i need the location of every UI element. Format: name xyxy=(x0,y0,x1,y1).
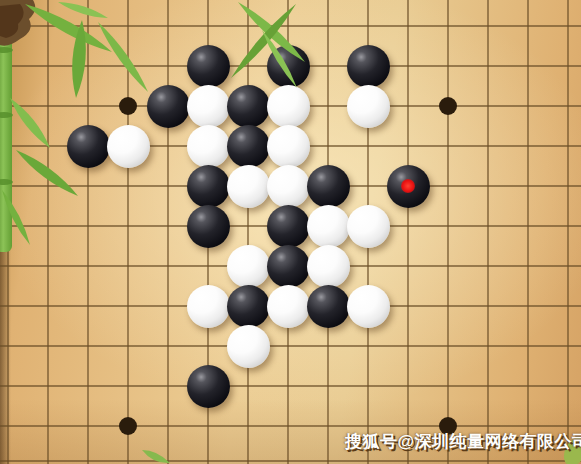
white-stone[interactable] xyxy=(307,245,350,288)
white-stone[interactable] xyxy=(267,125,310,168)
white-stone[interactable] xyxy=(227,325,270,368)
white-stone[interactable] xyxy=(187,85,230,128)
black-stone[interactable] xyxy=(67,125,110,168)
white-stone[interactable] xyxy=(347,85,390,128)
black-stone[interactable] xyxy=(267,45,310,88)
black-stone[interactable] xyxy=(147,85,190,128)
white-stone[interactable] xyxy=(187,125,230,168)
white-stone[interactable] xyxy=(227,245,270,288)
black-stone[interactable] xyxy=(227,125,270,168)
white-stone[interactable] xyxy=(267,85,310,128)
white-stone[interactable] xyxy=(267,165,310,208)
white-stone[interactable] xyxy=(347,205,390,248)
black-stone[interactable] xyxy=(227,85,270,128)
black-stone[interactable] xyxy=(187,165,230,208)
white-stone[interactable] xyxy=(347,285,390,328)
white-stone[interactable] xyxy=(187,285,230,328)
black-stone[interactable] xyxy=(267,205,310,248)
stones-layer xyxy=(0,0,581,464)
black-stone[interactable] xyxy=(227,285,270,328)
black-stone[interactable] xyxy=(187,365,230,408)
watermark-text: 搜狐号@深圳纯量网络有限公司 xyxy=(345,430,581,454)
white-stone[interactable] xyxy=(227,165,270,208)
black-stone[interactable] xyxy=(267,245,310,288)
board-surface[interactable]: 搜狐号@深圳纯量网络有限公司 xyxy=(0,0,581,464)
white-stone[interactable] xyxy=(307,205,350,248)
black-stone[interactable] xyxy=(307,165,350,208)
black-stone[interactable] xyxy=(187,205,230,248)
black-stone[interactable] xyxy=(387,165,430,208)
last-move-marker xyxy=(401,179,415,193)
black-stone[interactable] xyxy=(347,45,390,88)
black-stone[interactable] xyxy=(307,285,350,328)
board-container: 搜狐号@深圳纯量网络有限公司 xyxy=(0,0,581,464)
black-stone[interactable] xyxy=(187,45,230,88)
white-stone[interactable] xyxy=(107,125,150,168)
white-stone[interactable] xyxy=(267,285,310,328)
